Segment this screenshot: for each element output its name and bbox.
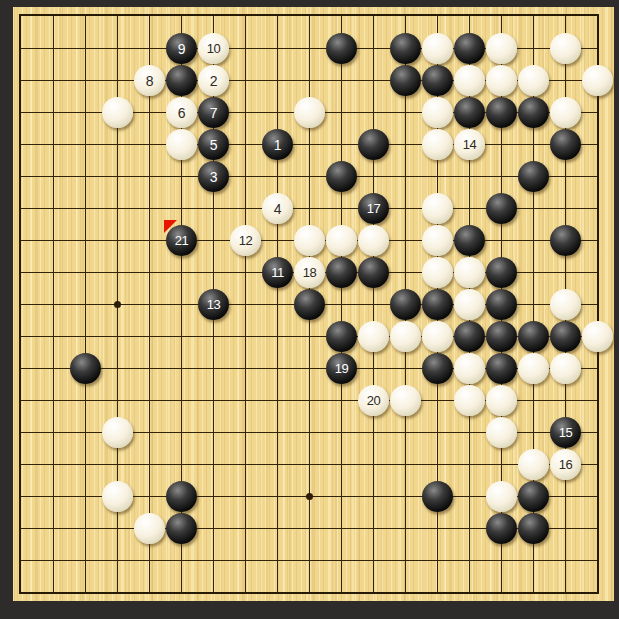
move-number-label: 3 (210, 170, 217, 184)
stone-white (422, 129, 453, 160)
stone-black (422, 289, 453, 320)
move-number-label: 5 (210, 138, 217, 152)
stone-white: 14 (454, 129, 485, 160)
stone-white (294, 225, 325, 256)
stone-white: 6 (166, 97, 197, 128)
star-point (114, 301, 121, 308)
stone-white (518, 449, 549, 480)
stone-white: 10 (198, 33, 229, 64)
stone-black (422, 481, 453, 512)
move-number-label: 11 (271, 266, 284, 279)
stone-black (70, 353, 101, 384)
move-number-label: 19 (335, 362, 348, 375)
stone-white: 4 (262, 193, 293, 224)
stone-white: 12 (230, 225, 261, 256)
stone-black (454, 321, 485, 352)
stone-black: 9 (166, 33, 197, 64)
move-number-label: 18 (303, 266, 316, 279)
stone-black (518, 321, 549, 352)
stone-white (550, 97, 581, 128)
stone-white (518, 65, 549, 96)
move-number-label: 9 (178, 42, 185, 56)
stone-black (326, 33, 357, 64)
stone-white: 20 (358, 385, 389, 416)
star-point (306, 493, 313, 500)
stone-black (294, 289, 325, 320)
stone-white (294, 97, 325, 128)
move-number-label: 12 (239, 234, 252, 247)
stone-black (550, 225, 581, 256)
move-number-label: 4 (274, 202, 281, 216)
stone-white (102, 417, 133, 448)
stone-white (358, 321, 389, 352)
move-number-label: 14 (463, 138, 476, 151)
stone-white (518, 353, 549, 384)
stone-white (550, 33, 581, 64)
stone-white: 18 (294, 257, 325, 288)
stone-black: 13 (198, 289, 229, 320)
stone-black (454, 225, 485, 256)
stone-white (454, 65, 485, 96)
stone-white (326, 225, 357, 256)
stone-white (422, 193, 453, 224)
go-board[interactable]: 910826751143417211211181319201516 (13, 7, 614, 601)
stone-white (582, 65, 613, 96)
stone-black (166, 65, 197, 96)
stone-black: 5 (198, 129, 229, 160)
stone-white (422, 321, 453, 352)
stone-black (550, 129, 581, 160)
stone-black: 21 (166, 225, 197, 256)
stone-black (326, 161, 357, 192)
move-number-label: 7 (210, 106, 217, 120)
stone-black (486, 353, 517, 384)
go-diagram: 910826751143417211211181319201516 (0, 0, 619, 619)
stone-white (102, 97, 133, 128)
stones-layer: 910826751143417211211181319201516 (21, 16, 597, 592)
stone-black (518, 481, 549, 512)
stone-black: 1 (262, 129, 293, 160)
stone-white (422, 33, 453, 64)
stone-black (422, 353, 453, 384)
stone-white (454, 257, 485, 288)
stone-black (166, 481, 197, 512)
stone-black (358, 129, 389, 160)
move-number-label: 15 (559, 426, 572, 439)
stone-black (454, 33, 485, 64)
move-number-label: 2 (210, 74, 217, 88)
move-number-label: 20 (367, 394, 380, 407)
stone-black: 15 (550, 417, 581, 448)
stone-black (166, 513, 197, 544)
stone-black (518, 513, 549, 544)
stone-black (326, 321, 357, 352)
stone-white (390, 321, 421, 352)
stone-black (486, 257, 517, 288)
stone-black (326, 257, 357, 288)
stone-white (550, 289, 581, 320)
stone-black (550, 321, 581, 352)
stone-white (134, 513, 165, 544)
move-number-label: 1 (274, 138, 281, 152)
stone-black: 3 (198, 161, 229, 192)
move-number-label: 8 (146, 74, 153, 88)
stone-white: 2 (198, 65, 229, 96)
move-number-label: 16 (559, 458, 572, 471)
stone-white (422, 225, 453, 256)
move-number-label: 10 (207, 42, 220, 55)
stone-white (390, 385, 421, 416)
stone-white (486, 481, 517, 512)
stone-black (390, 289, 421, 320)
move-number-label: 13 (207, 298, 220, 311)
stone-white (454, 353, 485, 384)
stone-white (486, 33, 517, 64)
stone-black (486, 289, 517, 320)
stone-white (486, 417, 517, 448)
stone-black (518, 161, 549, 192)
stone-white: 16 (550, 449, 581, 480)
stone-black (358, 257, 389, 288)
stone-white (422, 97, 453, 128)
stone-black (454, 97, 485, 128)
stone-black: 7 (198, 97, 229, 128)
stone-black: 19 (326, 353, 357, 384)
stone-white (422, 257, 453, 288)
stone-white (102, 481, 133, 512)
stone-white (486, 65, 517, 96)
stone-black: 11 (262, 257, 293, 288)
stone-black (390, 33, 421, 64)
stone-black (518, 97, 549, 128)
stone-black (486, 193, 517, 224)
stone-white (358, 225, 389, 256)
stone-white (166, 129, 197, 160)
stone-white: 8 (134, 65, 165, 96)
stone-black (486, 97, 517, 128)
stone-white (454, 385, 485, 416)
move-number-label: 6 (178, 106, 185, 120)
stone-white (582, 321, 613, 352)
stone-white (454, 289, 485, 320)
stone-black (486, 513, 517, 544)
move-number-label: 17 (367, 202, 380, 215)
stone-black (422, 65, 453, 96)
stone-black: 17 (358, 193, 389, 224)
stone-black (486, 321, 517, 352)
stone-black (390, 65, 421, 96)
move-number-label: 21 (175, 234, 188, 247)
stone-white (550, 353, 581, 384)
stone-white (486, 385, 517, 416)
